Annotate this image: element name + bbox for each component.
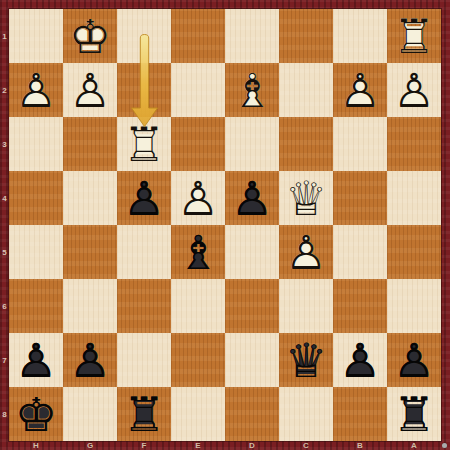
square-a2[interactable]: ♟♙ (387, 63, 441, 117)
square-g4[interactable] (63, 171, 117, 225)
piece-white-rook[interactable]: ♜♖ (387, 9, 441, 63)
square-f8[interactable]: ♜♖ (117, 387, 171, 441)
square-c6[interactable] (279, 279, 333, 333)
square-h8[interactable]: ♚♔ (9, 387, 63, 441)
piece-black-rook[interactable]: ♜♖ (387, 387, 441, 441)
piece-black-queen[interactable]: ♛♕ (279, 333, 333, 387)
piece-outline-glyph: ♙ (225, 171, 279, 225)
square-h6[interactable] (9, 279, 63, 333)
square-e2[interactable] (171, 63, 225, 117)
square-b4[interactable] (333, 171, 387, 225)
piece-white-pawn[interactable]: ♟♙ (333, 63, 387, 117)
piece-black-pawn[interactable]: ♟♙ (225, 171, 279, 225)
square-c4[interactable]: ♛♕ (279, 171, 333, 225)
square-d6[interactable] (225, 279, 279, 333)
rank-label-5: 5 (0, 225, 9, 279)
piece-outline-glyph: ♖ (117, 387, 171, 441)
piece-white-pawn[interactable]: ♟♙ (171, 171, 225, 225)
square-f6[interactable] (117, 279, 171, 333)
piece-outline-glyph: ♙ (63, 63, 117, 117)
piece-outline-glyph: ♙ (9, 63, 63, 117)
square-b3[interactable] (333, 117, 387, 171)
square-g6[interactable] (63, 279, 117, 333)
piece-white-rook[interactable]: ♜♖ (117, 117, 171, 171)
file-label-a: A (387, 441, 441, 450)
square-h5[interactable] (9, 225, 63, 279)
file-label-g: G (63, 441, 117, 450)
square-c7[interactable]: ♛♕ (279, 333, 333, 387)
piece-outline-glyph: ♙ (279, 225, 333, 279)
square-f4[interactable]: ♟♙ (117, 171, 171, 225)
piece-outline-glyph: ♙ (387, 63, 441, 117)
piece-outline-glyph: ♔ (9, 387, 63, 441)
piece-outline-glyph: ♔ (63, 9, 117, 63)
square-b1[interactable] (333, 9, 387, 63)
rank-label-7: 7 (0, 333, 9, 387)
square-e5[interactable]: ♝♗ (171, 225, 225, 279)
square-f7[interactable] (117, 333, 171, 387)
square-b7[interactable]: ♟♙ (333, 333, 387, 387)
rank-label-3: 3 (0, 117, 9, 171)
piece-outline-glyph: ♙ (333, 333, 387, 387)
square-c2[interactable] (279, 63, 333, 117)
square-a7[interactable]: ♟♙ (387, 333, 441, 387)
piece-outline-glyph: ♙ (63, 333, 117, 387)
square-h7[interactable]: ♟♙ (9, 333, 63, 387)
file-label-f: F (117, 441, 171, 450)
rank-label-4: 4 (0, 171, 9, 225)
square-d4[interactable]: ♟♙ (225, 171, 279, 225)
file-label-c: C (279, 441, 333, 450)
square-a1[interactable]: ♜♖ (387, 9, 441, 63)
square-g8[interactable] (63, 387, 117, 441)
piece-white-pawn[interactable]: ♟♙ (387, 63, 441, 117)
piece-black-pawn[interactable]: ♟♙ (63, 333, 117, 387)
square-f1[interactable] (117, 9, 171, 63)
piece-outline-glyph: ♖ (387, 387, 441, 441)
square-g3[interactable] (63, 117, 117, 171)
square-e3[interactable] (171, 117, 225, 171)
file-labels: HGFEDCBA (9, 441, 441, 450)
chess-board-panel: ♚♔♜♖♟♙♟♙♝♗♟♙♟♙♜♖♟♙♟♙♟♙♛♕♝♗♟♙♟♙♟♙♛♕♟♙♟♙♚♔… (0, 0, 450, 450)
square-c1[interactable] (279, 9, 333, 63)
rank-label-1: 1 (0, 9, 9, 63)
square-g7[interactable]: ♟♙ (63, 333, 117, 387)
square-a5[interactable] (387, 225, 441, 279)
square-a4[interactable] (387, 171, 441, 225)
piece-outline-glyph: ♙ (333, 63, 387, 117)
square-c3[interactable] (279, 117, 333, 171)
piece-outline-glyph: ♕ (279, 171, 333, 225)
square-g1[interactable]: ♚♔ (63, 9, 117, 63)
file-label-h: H (9, 441, 63, 450)
piece-white-pawn[interactable]: ♟♙ (279, 225, 333, 279)
square-d7[interactable] (225, 333, 279, 387)
piece-outline-glyph: ♙ (171, 171, 225, 225)
piece-white-king[interactable]: ♚♔ (63, 9, 117, 63)
piece-outline-glyph: ♗ (225, 63, 279, 117)
piece-outline-glyph: ♖ (117, 117, 171, 171)
rank-label-8: 8 (0, 387, 9, 441)
square-c5[interactable]: ♟♙ (279, 225, 333, 279)
piece-outline-glyph: ♙ (387, 333, 441, 387)
square-b8[interactable] (333, 387, 387, 441)
file-label-e: E (171, 441, 225, 450)
corner-grip-dot (442, 443, 447, 448)
square-a3[interactable] (387, 117, 441, 171)
piece-outline-glyph: ♗ (171, 225, 225, 279)
piece-black-pawn[interactable]: ♟♙ (333, 333, 387, 387)
piece-outline-glyph: ♙ (117, 171, 171, 225)
piece-white-queen[interactable]: ♛♕ (279, 171, 333, 225)
square-d5[interactable] (225, 225, 279, 279)
square-f2[interactable] (117, 63, 171, 117)
square-b6[interactable] (333, 279, 387, 333)
square-e4[interactable]: ♟♙ (171, 171, 225, 225)
piece-black-rook[interactable]: ♜♖ (117, 387, 171, 441)
rank-labels: 12345678 (0, 9, 9, 441)
piece-outline-glyph: ♙ (9, 333, 63, 387)
square-e6[interactable] (171, 279, 225, 333)
square-g2[interactable]: ♟♙ (63, 63, 117, 117)
square-h2[interactable]: ♟♙ (9, 63, 63, 117)
square-d1[interactable] (225, 9, 279, 63)
board: ♚♔♜♖♟♙♟♙♝♗♟♙♟♙♜♖♟♙♟♙♟♙♛♕♝♗♟♙♟♙♟♙♛♕♟♙♟♙♚♔… (9, 9, 441, 441)
piece-white-pawn[interactable]: ♟♙ (9, 63, 63, 117)
square-a8[interactable]: ♜♖ (387, 387, 441, 441)
piece-black-pawn[interactable]: ♟♙ (387, 333, 441, 387)
square-h4[interactable] (9, 171, 63, 225)
piece-white-bishop[interactable]: ♝♗ (225, 63, 279, 117)
piece-black-pawn[interactable]: ♟♙ (117, 171, 171, 225)
square-g5[interactable] (63, 225, 117, 279)
square-f3[interactable]: ♜♖ (117, 117, 171, 171)
square-f5[interactable] (117, 225, 171, 279)
square-e7[interactable] (171, 333, 225, 387)
square-h1[interactable] (9, 9, 63, 63)
piece-outline-glyph: ♕ (279, 333, 333, 387)
rank-label-6: 6 (0, 279, 9, 333)
square-b5[interactable] (333, 225, 387, 279)
square-c8[interactable] (279, 387, 333, 441)
square-d8[interactable] (225, 387, 279, 441)
piece-black-bishop[interactable]: ♝♗ (171, 225, 225, 279)
piece-outline-glyph: ♖ (387, 9, 441, 63)
square-d3[interactable] (225, 117, 279, 171)
piece-black-pawn[interactable]: ♟♙ (9, 333, 63, 387)
square-h3[interactable] (9, 117, 63, 171)
square-b2[interactable]: ♟♙ (333, 63, 387, 117)
square-a6[interactable] (387, 279, 441, 333)
file-label-d: D (225, 441, 279, 450)
piece-white-pawn[interactable]: ♟♙ (63, 63, 117, 117)
file-label-b: B (333, 441, 387, 450)
square-e1[interactable] (171, 9, 225, 63)
square-e8[interactable] (171, 387, 225, 441)
piece-black-king[interactable]: ♚♔ (9, 387, 63, 441)
rank-label-2: 2 (0, 63, 9, 117)
square-d2[interactable]: ♝♗ (225, 63, 279, 117)
